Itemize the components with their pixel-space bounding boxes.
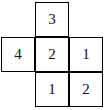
grid-cell: 2 [35,37,69,72]
grid-cell: 3 [35,2,69,37]
grid-cell: 1 [69,37,103,72]
grid-cell: 4 [1,37,35,72]
grid-cell-empty [1,2,35,37]
cell-number: 1 [48,82,56,97]
puzzle-figure: 342112 [1,2,103,107]
grid-cell: 1 [35,72,69,107]
grid-cell-empty [1,72,35,107]
puzzle-grid: 342112 [1,2,103,107]
cell-number: 2 [48,47,56,62]
cell-number: 2 [82,82,90,97]
grid-cell: 2 [69,72,103,107]
cell-number: 4 [14,47,22,62]
cell-number: 3 [48,12,56,27]
cell-number: 1 [82,47,90,62]
grid-cell-empty [69,2,103,37]
